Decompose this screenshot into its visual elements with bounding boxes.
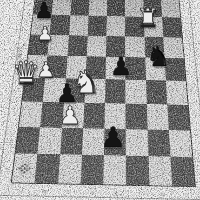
square-f5 <box>125 57 145 80</box>
square-e2 <box>104 128 126 156</box>
square-c6 <box>67 35 87 56</box>
square-g2 <box>147 129 170 157</box>
square-a2 <box>15 127 40 154</box>
square-c5 <box>65 56 86 79</box>
square-b5 <box>45 56 67 79</box>
square-d3 <box>83 103 105 129</box>
square-h7 <box>162 17 182 37</box>
square-g4 <box>146 80 167 104</box>
square-f4 <box>126 80 147 104</box>
square-b4 <box>43 78 65 102</box>
square-d7 <box>88 16 107 36</box>
square-b2 <box>38 127 62 154</box>
square-d2 <box>82 128 105 156</box>
square-e3 <box>104 103 125 129</box>
square-g3 <box>146 104 168 130</box>
file-label-c: c <box>64 189 74 195</box>
square-h4 <box>166 80 188 104</box>
square-d5 <box>85 56 106 79</box>
square-d1 <box>80 155 103 184</box>
file-label-e: e <box>111 190 121 196</box>
file-label-a: a <box>16 188 27 194</box>
file-label-b: b <box>40 188 50 194</box>
file-label-g: g <box>158 191 168 197</box>
square-g7 <box>144 17 164 37</box>
square-e5 <box>105 57 125 80</box>
square-c7 <box>69 15 89 35</box>
file-label-d: d <box>87 189 97 195</box>
square-g1 <box>148 156 172 185</box>
square-c2 <box>60 127 83 154</box>
chess-board <box>11 0 196 187</box>
square-d4 <box>84 79 105 103</box>
square-d6 <box>87 35 107 56</box>
square-b6 <box>48 35 69 56</box>
square-a7 <box>31 14 52 34</box>
square-a3 <box>19 101 43 127</box>
square-b8 <box>52 0 72 15</box>
square-a1 <box>12 154 38 183</box>
square-c3 <box>62 102 85 128</box>
square-e1 <box>103 155 126 184</box>
square-g6 <box>144 37 164 58</box>
square-a6 <box>28 34 50 55</box>
square-c8 <box>70 0 89 16</box>
square-h1 <box>170 157 195 186</box>
square-f7 <box>125 16 144 36</box>
rank-label-3: 3 <box>11 112 19 117</box>
square-f2 <box>126 129 148 157</box>
square-h2 <box>169 130 193 158</box>
square-a5 <box>25 55 47 78</box>
square-f8 <box>125 0 143 17</box>
square-b1 <box>35 154 60 183</box>
square-h3 <box>167 104 190 130</box>
square-b3 <box>40 102 63 128</box>
square-h5 <box>164 58 185 81</box>
square-a4 <box>22 78 45 102</box>
square-e6 <box>106 36 125 57</box>
square-a8 <box>33 0 53 15</box>
square-f3 <box>126 103 148 129</box>
square-g5 <box>145 58 166 81</box>
rank-label-1: 1 <box>3 166 12 172</box>
square-d8 <box>88 0 107 16</box>
rank-label-7: 7 <box>24 22 31 26</box>
square-e8 <box>107 0 125 16</box>
board-mat: © US CHESS 87654321abcdefgh <box>0 0 200 200</box>
square-e7 <box>106 16 125 36</box>
square-f1 <box>126 156 149 185</box>
diamond-quincunx-logo <box>12 154 38 183</box>
square-c1 <box>58 154 82 183</box>
rank-label-4: 4 <box>15 87 23 92</box>
square-c4 <box>64 78 86 102</box>
square-g8 <box>143 0 162 17</box>
rank-label-5: 5 <box>18 64 25 69</box>
rank-label-2: 2 <box>7 138 15 143</box>
photo-stage: © US CHESS 87654321abcdefgh ♟♟♜♞♛♟♟♟♞♟♟ <box>0 0 200 200</box>
square-h8 <box>161 0 180 17</box>
square-e4 <box>105 79 126 103</box>
square-f6 <box>125 36 145 57</box>
rank-label-6: 6 <box>21 42 28 46</box>
square-b7 <box>50 15 70 35</box>
file-label-h: h <box>182 191 192 197</box>
rank-label-8: 8 <box>27 2 34 6</box>
brand-text: © US CHESS <box>13 46 23 76</box>
square-h6 <box>163 37 184 58</box>
file-label-f: f <box>135 190 145 196</box>
